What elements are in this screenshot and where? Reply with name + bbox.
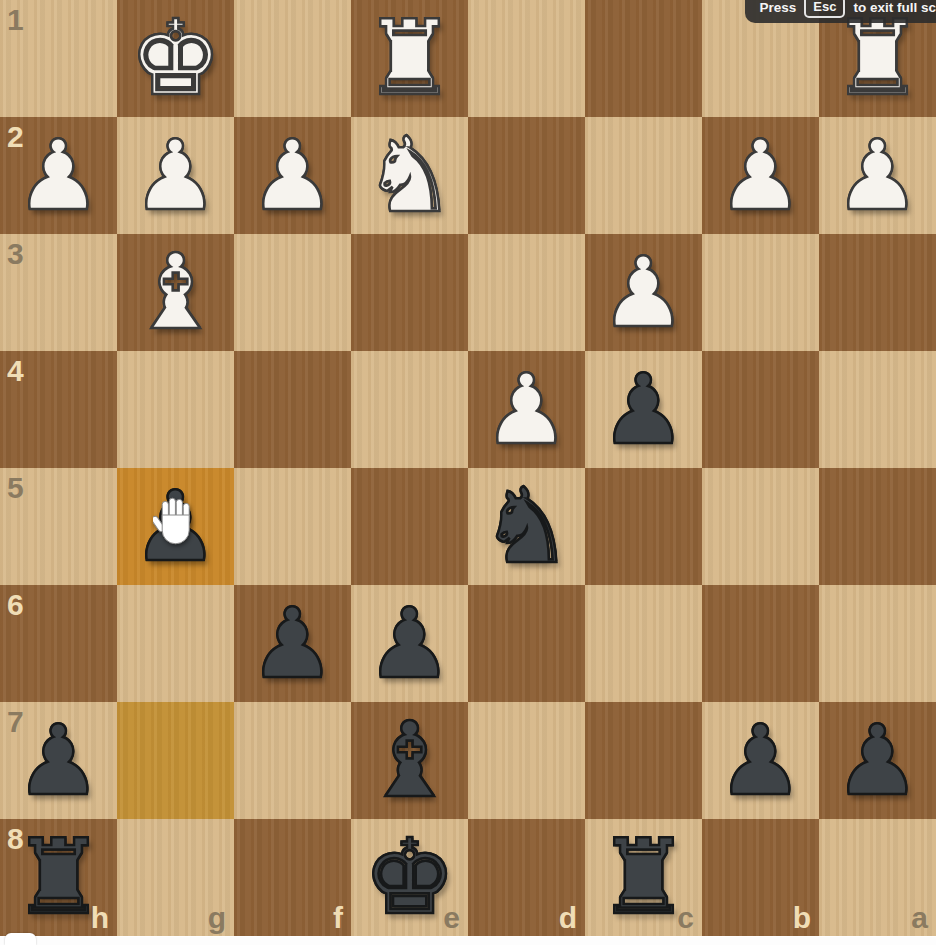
square-h2[interactable]: 2♟ — [0, 117, 117, 234]
square-d6[interactable] — [468, 585, 585, 702]
square-f1[interactable] — [234, 0, 351, 117]
rank-label-3: 3 — [7, 237, 24, 271]
square-a8[interactable]: a — [819, 819, 936, 936]
square-h3[interactable]: 3 — [0, 234, 117, 351]
square-c4[interactable]: ♟ — [585, 351, 702, 468]
black-pawn-e6[interactable]: ♟ — [351, 585, 468, 702]
square-e6[interactable]: ♟ — [351, 585, 468, 702]
square-e3[interactable] — [351, 234, 468, 351]
square-c8[interactable]: c♜ — [585, 819, 702, 936]
black-pawn-f6[interactable]: ♟ — [234, 585, 351, 702]
square-b4[interactable] — [702, 351, 819, 468]
square-g1[interactable]: ♚ — [117, 0, 234, 117]
square-b8[interactable]: b — [702, 819, 819, 936]
square-b6[interactable] — [702, 585, 819, 702]
white-rook-e1[interactable]: ♜ — [351, 0, 468, 117]
square-d3[interactable] — [468, 234, 585, 351]
square-f5[interactable] — [234, 468, 351, 585]
square-f2[interactable]: ♟ — [234, 117, 351, 234]
file-label-a: a — [911, 901, 928, 935]
square-h6[interactable]: 6 — [0, 585, 117, 702]
square-f7[interactable] — [234, 702, 351, 819]
white-pawn-f2[interactable]: ♟ — [234, 117, 351, 234]
square-e7[interactable]: ♝ — [351, 702, 468, 819]
rank-label-5: 5 — [7, 471, 24, 505]
bottom-white-strip — [0, 937, 936, 945]
white-knight-e2[interactable]: ♞ — [351, 117, 468, 234]
white-pawn-b2[interactable]: ♟ — [702, 117, 819, 234]
square-d8[interactable]: d — [468, 819, 585, 936]
square-c3[interactable]: ♟ — [585, 234, 702, 351]
file-label-d: d — [559, 901, 577, 935]
rank-label-8: 8 — [7, 822, 24, 856]
rank-label-6: 6 — [7, 588, 24, 622]
square-b7[interactable]: ♟ — [702, 702, 819, 819]
rank-label-1: 1 — [7, 3, 24, 37]
square-g2[interactable]: ♟ — [117, 117, 234, 234]
file-label-e: e — [443, 901, 460, 935]
square-d1[interactable] — [468, 0, 585, 117]
chess-board[interactable]: 1♚♜♜2♟♟♟♞♟♟3♝♟4♟♟5♟♞6♟♟7♟♝♟♟8h♜gfe♚dc♜ba — [0, 0, 936, 936]
square-d5[interactable]: ♞ — [468, 468, 585, 585]
black-knight-d5[interactable]: ♞ — [468, 468, 585, 585]
square-b3[interactable] — [702, 234, 819, 351]
black-pawn-a7[interactable]: ♟ — [819, 702, 936, 819]
rank-label-4: 4 — [7, 354, 24, 388]
fullscreen-chess-app: 1♚♜♜2♟♟♟♞♟♟3♝♟4♟♟5♟♞6♟♟7♟♝♟♟8h♜gfe♚dc♜ba… — [0, 0, 936, 945]
square-h4[interactable]: 4 — [0, 351, 117, 468]
fullscreen-exit-notice: Press Esc to exit full sc — [745, 0, 936, 23]
square-g8[interactable]: g — [117, 819, 234, 936]
white-pawn-c3[interactable]: ♟ — [585, 234, 702, 351]
square-a6[interactable] — [819, 585, 936, 702]
square-e2[interactable]: ♞ — [351, 117, 468, 234]
square-d2[interactable] — [468, 117, 585, 234]
square-a7[interactable]: ♟ — [819, 702, 936, 819]
black-bishop-e7[interactable]: ♝ — [351, 702, 468, 819]
square-c1[interactable] — [585, 0, 702, 117]
black-pawn-b7[interactable]: ♟ — [702, 702, 819, 819]
square-h8[interactable]: 8h♜ — [0, 819, 117, 936]
square-g3[interactable]: ♝ — [117, 234, 234, 351]
square-f8[interactable]: f — [234, 819, 351, 936]
square-e8[interactable]: e♚ — [351, 819, 468, 936]
square-a2[interactable]: ♟ — [819, 117, 936, 234]
square-a3[interactable] — [819, 234, 936, 351]
file-label-b: b — [793, 901, 811, 935]
file-label-h: h — [91, 901, 109, 935]
square-h5[interactable]: 5 — [0, 468, 117, 585]
square-d7[interactable] — [468, 702, 585, 819]
notice-prefix-text: Press — [760, 0, 797, 15]
square-h7[interactable]: 7♟ — [0, 702, 117, 819]
square-g4[interactable] — [117, 351, 234, 468]
square-c2[interactable] — [585, 117, 702, 234]
square-g7[interactable] — [117, 702, 234, 819]
square-h1[interactable]: 1 — [0, 0, 117, 117]
notice-suffix-text: to exit full sc — [853, 0, 936, 15]
square-e5[interactable] — [351, 468, 468, 585]
square-e4[interactable] — [351, 351, 468, 468]
square-c5[interactable] — [585, 468, 702, 585]
white-pawn-d4[interactable]: ♟ — [468, 351, 585, 468]
square-g6[interactable] — [117, 585, 234, 702]
esc-key-badge: Esc — [804, 0, 845, 18]
white-pawn-a2[interactable]: ♟ — [819, 117, 936, 234]
square-b2[interactable]: ♟ — [702, 117, 819, 234]
hand-cursor-icon — [153, 497, 197, 547]
white-pawn-g2[interactable]: ♟ — [117, 117, 234, 234]
square-d4[interactable]: ♟ — [468, 351, 585, 468]
bottom-left-tab — [5, 933, 36, 945]
file-label-f: f — [333, 901, 343, 935]
white-bishop-g3[interactable]: ♝ — [117, 234, 234, 351]
square-e1[interactable]: ♜ — [351, 0, 468, 117]
square-b5[interactable] — [702, 468, 819, 585]
square-c7[interactable] — [585, 702, 702, 819]
square-a5[interactable] — [819, 468, 936, 585]
rank-label-7: 7 — [7, 705, 24, 739]
square-f4[interactable] — [234, 351, 351, 468]
square-f6[interactable]: ♟ — [234, 585, 351, 702]
black-pawn-c4[interactable]: ♟ — [585, 351, 702, 468]
white-king-g1[interactable]: ♚ — [117, 0, 234, 117]
square-f3[interactable] — [234, 234, 351, 351]
square-c6[interactable] — [585, 585, 702, 702]
square-a4[interactable] — [819, 351, 936, 468]
file-label-c: c — [677, 901, 694, 935]
rank-label-2: 2 — [7, 120, 24, 154]
file-label-g: g — [208, 901, 226, 935]
